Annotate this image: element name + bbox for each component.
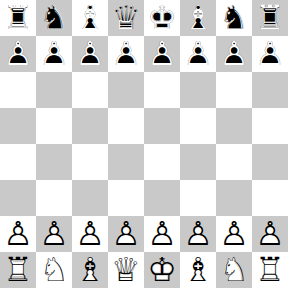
square-g3[interactable] [216,180,252,216]
square-e6[interactable] [144,72,180,108]
square-b4[interactable] [36,144,72,180]
square-a3[interactable] [0,180,36,216]
square-h5[interactable] [252,108,288,144]
square-h4[interactable] [252,144,288,180]
piece-black-pawn[interactable]: ♟♙ [180,36,216,72]
square-d3[interactable] [108,180,144,216]
piece-white-pawn[interactable]: ♟♙ [72,216,108,252]
square-b3[interactable] [36,180,72,216]
white-rook-outline-glyph: ♖ [252,252,288,288]
piece-black-rook[interactable]: ♜♖ [0,0,36,36]
black-pawn-outline-glyph: ♙ [180,36,216,72]
square-c1[interactable]: ♝♗ [72,252,108,288]
square-h3[interactable] [252,180,288,216]
black-pawn-outline-glyph: ♙ [0,36,36,72]
square-c6[interactable] [72,72,108,108]
square-d1[interactable]: ♛♕ [108,252,144,288]
black-bishop-outline-glyph: ♗ [72,0,108,36]
white-pawn-outline-glyph: ♙ [108,216,144,252]
white-pawn-outline-glyph: ♙ [144,216,180,252]
piece-black-knight[interactable]: ♞♘ [216,0,252,36]
square-d7[interactable]: ♟♙ [108,36,144,72]
piece-white-pawn[interactable]: ♟♙ [144,216,180,252]
piece-black-knight[interactable]: ♞♘ [36,0,72,36]
square-c4[interactable] [72,144,108,180]
white-pawn-outline-glyph: ♙ [72,216,108,252]
square-e1[interactable]: ♚♔ [144,252,180,288]
square-e4[interactable] [144,144,180,180]
square-b1[interactable]: ♞♘ [36,252,72,288]
square-g6[interactable] [216,72,252,108]
square-a1[interactable]: ♜♖ [0,252,36,288]
square-a4[interactable] [0,144,36,180]
square-a6[interactable] [0,72,36,108]
piece-black-bishop[interactable]: ♝♗ [72,0,108,36]
piece-black-bishop[interactable]: ♝♗ [180,0,216,36]
white-knight-outline-glyph: ♘ [216,252,252,288]
square-e8[interactable]: ♚♔ [144,0,180,36]
square-g2[interactable]: ♟♙ [216,216,252,252]
square-b6[interactable] [36,72,72,108]
white-rook-outline-glyph: ♖ [0,252,36,288]
square-c7[interactable]: ♟♙ [72,36,108,72]
black-bishop-outline-glyph: ♗ [180,0,216,36]
square-b7[interactable]: ♟♙ [36,36,72,72]
piece-black-pawn[interactable]: ♟♙ [72,36,108,72]
square-e7[interactable]: ♟♙ [144,36,180,72]
square-f6[interactable] [180,72,216,108]
square-d2[interactable]: ♟♙ [108,216,144,252]
square-d6[interactable] [108,72,144,108]
square-h1[interactable]: ♜♖ [252,252,288,288]
square-f5[interactable] [180,108,216,144]
black-pawn-outline-glyph: ♙ [72,36,108,72]
piece-white-knight[interactable]: ♞♘ [36,252,72,288]
piece-white-pawn[interactable]: ♟♙ [108,216,144,252]
piece-black-pawn[interactable]: ♟♙ [36,36,72,72]
square-d5[interactable] [108,108,144,144]
white-pawn-outline-glyph: ♙ [252,216,288,252]
black-king-outline-glyph: ♔ [144,0,180,36]
square-d4[interactable] [108,144,144,180]
square-f4[interactable] [180,144,216,180]
square-f7[interactable]: ♟♙ [180,36,216,72]
piece-white-pawn[interactable]: ♟♙ [252,216,288,252]
black-pawn-outline-glyph: ♙ [216,36,252,72]
piece-white-rook[interactable]: ♜♖ [252,252,288,288]
chess-board: ♜♖♞♘♝♗♛♕♚♔♝♗♞♘♜♖♟♙♟♙♟♙♟♙♟♙♟♙♟♙♟♙♟♙♟♙♟♙♟♙… [0,0,288,288]
piece-black-king[interactable]: ♚♔ [144,0,180,36]
piece-white-king[interactable]: ♚♔ [144,252,180,288]
square-d8[interactable]: ♛♕ [108,0,144,36]
black-rook-outline-glyph: ♖ [252,0,288,36]
piece-black-pawn[interactable]: ♟♙ [108,36,144,72]
piece-white-bishop[interactable]: ♝♗ [72,252,108,288]
square-f8[interactable]: ♝♗ [180,0,216,36]
piece-black-pawn[interactable]: ♟♙ [216,36,252,72]
black-knight-outline-glyph: ♘ [216,0,252,36]
black-knight-outline-glyph: ♘ [36,0,72,36]
square-e3[interactable] [144,180,180,216]
square-g5[interactable] [216,108,252,144]
square-a5[interactable] [0,108,36,144]
square-b2[interactable]: ♟♙ [36,216,72,252]
square-b5[interactable] [36,108,72,144]
square-g8[interactable]: ♞♘ [216,0,252,36]
square-f1[interactable]: ♝♗ [180,252,216,288]
square-f2[interactable]: ♟♙ [180,216,216,252]
square-g4[interactable] [216,144,252,180]
square-c3[interactable] [72,180,108,216]
square-h6[interactable] [252,72,288,108]
square-g7[interactable]: ♟♙ [216,36,252,72]
square-c2[interactable]: ♟♙ [72,216,108,252]
square-e5[interactable] [144,108,180,144]
square-c8[interactable]: ♝♗ [72,0,108,36]
square-b8[interactable]: ♞♘ [36,0,72,36]
white-pawn-outline-glyph: ♙ [180,216,216,252]
white-pawn-outline-glyph: ♙ [36,216,72,252]
square-g1[interactable]: ♞♘ [216,252,252,288]
piece-white-knight[interactable]: ♞♘ [216,252,252,288]
square-a8[interactable]: ♜♖ [0,0,36,36]
square-f3[interactable] [180,180,216,216]
piece-white-pawn[interactable]: ♟♙ [180,216,216,252]
black-pawn-outline-glyph: ♙ [252,36,288,72]
square-c5[interactable] [72,108,108,144]
piece-white-pawn[interactable]: ♟♙ [0,216,36,252]
square-h8[interactable]: ♜♖ [252,0,288,36]
square-e2[interactable]: ♟♙ [144,216,180,252]
black-queen-outline-glyph: ♕ [108,0,144,36]
white-bishop-outline-glyph: ♗ [180,252,216,288]
black-pawn-outline-glyph: ♙ [108,36,144,72]
piece-white-pawn[interactable]: ♟♙ [216,216,252,252]
white-bishop-outline-glyph: ♗ [72,252,108,288]
white-pawn-outline-glyph: ♙ [216,216,252,252]
piece-white-pawn[interactable]: ♟♙ [36,216,72,252]
piece-black-pawn[interactable]: ♟♙ [0,36,36,72]
square-h2[interactable]: ♟♙ [252,216,288,252]
piece-black-pawn[interactable]: ♟♙ [252,36,288,72]
piece-black-rook[interactable]: ♜♖ [252,0,288,36]
piece-white-bishop[interactable]: ♝♗ [180,252,216,288]
black-pawn-outline-glyph: ♙ [36,36,72,72]
white-queen-outline-glyph: ♕ [108,252,144,288]
piece-black-queen[interactable]: ♛♕ [108,0,144,36]
square-a7[interactable]: ♟♙ [0,36,36,72]
white-king-outline-glyph: ♔ [144,252,180,288]
square-a2[interactable]: ♟♙ [0,216,36,252]
square-h7[interactable]: ♟♙ [252,36,288,72]
black-rook-outline-glyph: ♖ [0,0,36,36]
white-pawn-outline-glyph: ♙ [0,216,36,252]
piece-white-rook[interactable]: ♜♖ [0,252,36,288]
black-pawn-outline-glyph: ♙ [144,36,180,72]
piece-white-queen[interactable]: ♛♕ [108,252,144,288]
piece-black-pawn[interactable]: ♟♙ [144,36,180,72]
white-knight-outline-glyph: ♘ [36,252,72,288]
